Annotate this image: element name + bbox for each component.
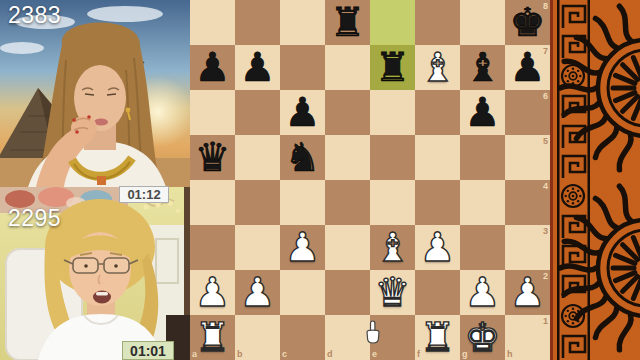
square-c8[interactable] bbox=[280, 0, 325, 45]
square-a8[interactable] bbox=[190, 0, 235, 45]
square-h1[interactable]: h1 bbox=[505, 315, 550, 360]
piece-black-pawn[interactable]: ♟ bbox=[465, 90, 501, 135]
piece-white-pawn[interactable]: ♟ bbox=[285, 225, 321, 270]
greek-pattern-border bbox=[550, 0, 640, 360]
rank-label-3: 3 bbox=[543, 226, 548, 236]
piece-white-rook[interactable]: ♜ bbox=[420, 315, 456, 360]
square-h6[interactable]: 6 bbox=[505, 90, 550, 135]
piece-white-bishop[interactable]: ♝ bbox=[375, 225, 411, 270]
square-a3[interactable] bbox=[190, 225, 235, 270]
square-d5[interactable] bbox=[325, 135, 370, 180]
piece-black-king[interactable]: ♚ bbox=[510, 0, 546, 45]
square-b2[interactable]: ♟ bbox=[235, 270, 280, 315]
square-e2[interactable]: ♛ bbox=[370, 270, 415, 315]
square-c2[interactable] bbox=[280, 270, 325, 315]
square-b6[interactable] bbox=[235, 90, 280, 135]
square-e4[interactable] bbox=[370, 180, 415, 225]
square-f8[interactable] bbox=[415, 0, 460, 45]
clock-bottom-player: 01:01 bbox=[122, 341, 174, 360]
square-f4[interactable] bbox=[415, 180, 460, 225]
square-d6[interactable] bbox=[325, 90, 370, 135]
piece-black-pawn[interactable]: ♟ bbox=[510, 45, 546, 90]
square-b1[interactable]: b bbox=[235, 315, 280, 360]
clock-top-player: 01:12 bbox=[119, 186, 169, 203]
square-c4[interactable] bbox=[280, 180, 325, 225]
square-f5[interactable] bbox=[415, 135, 460, 180]
piece-white-pawn[interactable]: ♟ bbox=[465, 270, 501, 315]
piece-white-rook[interactable]: ♜ bbox=[195, 315, 231, 360]
piece-black-pawn[interactable]: ♟ bbox=[240, 45, 276, 90]
square-g3[interactable] bbox=[460, 225, 505, 270]
file-label-g: g bbox=[462, 349, 468, 359]
file-label-c: c bbox=[282, 349, 287, 359]
square-c7[interactable] bbox=[280, 45, 325, 90]
square-g6[interactable]: ♟ bbox=[460, 90, 505, 135]
square-h8[interactable]: ♚8 bbox=[505, 0, 550, 45]
square-a5[interactable]: ♛ bbox=[190, 135, 235, 180]
square-b7[interactable]: ♟ bbox=[235, 45, 280, 90]
piece-white-bishop[interactable]: ♝ bbox=[420, 45, 456, 90]
rating-top-player: 2383 bbox=[8, 2, 61, 29]
square-c1[interactable]: c bbox=[280, 315, 325, 360]
square-e5[interactable] bbox=[370, 135, 415, 180]
square-e6[interactable] bbox=[370, 90, 415, 135]
piece-black-rook[interactable]: ♜ bbox=[330, 0, 366, 45]
square-g7[interactable]: ♝ bbox=[460, 45, 505, 90]
piece-white-king[interactable]: ♚ bbox=[465, 315, 501, 360]
cursor-hand-icon bbox=[364, 320, 382, 348]
piece-white-pawn[interactable]: ♟ bbox=[420, 225, 456, 270]
square-g5[interactable] bbox=[460, 135, 505, 180]
piece-black-pawn[interactable]: ♟ bbox=[285, 90, 321, 135]
rank-label-2: 2 bbox=[543, 271, 548, 281]
square-g8[interactable] bbox=[460, 0, 505, 45]
square-a4[interactable] bbox=[190, 180, 235, 225]
rank-label-8: 8 bbox=[543, 1, 548, 11]
square-c5[interactable]: ♞ bbox=[280, 135, 325, 180]
square-c6[interactable]: ♟ bbox=[280, 90, 325, 135]
square-h7[interactable]: ♟7 bbox=[505, 45, 550, 90]
square-d4[interactable] bbox=[325, 180, 370, 225]
square-a7[interactable]: ♟ bbox=[190, 45, 235, 90]
piece-white-pawn[interactable]: ♟ bbox=[510, 270, 546, 315]
rank-label-4: 4 bbox=[543, 181, 548, 191]
stream-stage: 2383 2295 01:12 01:01 ♜♚8♟♟♜♝♝♟7♟♟6♛♞54♟… bbox=[0, 0, 640, 360]
square-a1[interactable]: ♜a bbox=[190, 315, 235, 360]
piece-black-pawn[interactable]: ♟ bbox=[195, 45, 231, 90]
square-g1[interactable]: ♚g bbox=[460, 315, 505, 360]
square-h4[interactable]: 4 bbox=[505, 180, 550, 225]
square-a6[interactable] bbox=[190, 90, 235, 135]
rank-label-7: 7 bbox=[543, 46, 548, 56]
square-h3[interactable]: 3 bbox=[505, 225, 550, 270]
square-d7[interactable] bbox=[325, 45, 370, 90]
rating-bottom-player: 2295 bbox=[8, 205, 61, 232]
rank-label-1: 1 bbox=[543, 316, 548, 326]
square-b8[interactable] bbox=[235, 0, 280, 45]
square-b3[interactable] bbox=[235, 225, 280, 270]
square-d3[interactable] bbox=[325, 225, 370, 270]
square-b4[interactable] bbox=[235, 180, 280, 225]
square-e3[interactable]: ♝ bbox=[370, 225, 415, 270]
square-f1[interactable]: ♜f bbox=[415, 315, 460, 360]
square-f3[interactable]: ♟ bbox=[415, 225, 460, 270]
square-e7[interactable]: ♜ bbox=[370, 45, 415, 90]
file-label-h: h bbox=[507, 349, 513, 359]
piece-white-queen[interactable]: ♛ bbox=[375, 270, 411, 315]
file-label-e: e bbox=[372, 349, 377, 359]
piece-black-knight[interactable]: ♞ bbox=[285, 135, 321, 180]
square-e8[interactable] bbox=[370, 0, 415, 45]
square-d2[interactable] bbox=[325, 270, 370, 315]
piece-white-pawn[interactable]: ♟ bbox=[240, 270, 276, 315]
square-a2[interactable]: ♟ bbox=[190, 270, 235, 315]
piece-black-rook[interactable]: ♜ bbox=[375, 45, 411, 90]
chess-board[interactable]: ♜♚8♟♟♜♝♝♟7♟♟6♛♞54♟♝♟3♟♟♛♟♟2♜abcde♜f♚gh1 bbox=[190, 0, 550, 360]
square-g2[interactable]: ♟ bbox=[460, 270, 505, 315]
piece-black-bishop[interactable]: ♝ bbox=[465, 45, 501, 90]
file-label-a: a bbox=[192, 349, 197, 359]
rank-label-6: 6 bbox=[543, 91, 548, 101]
rank-label-5: 5 bbox=[543, 136, 548, 146]
square-f6[interactable] bbox=[415, 90, 460, 135]
square-f2[interactable] bbox=[415, 270, 460, 315]
square-b5[interactable] bbox=[235, 135, 280, 180]
square-h2[interactable]: ♟2 bbox=[505, 270, 550, 315]
square-g4[interactable] bbox=[460, 180, 505, 225]
file-label-b: b bbox=[237, 349, 243, 359]
square-d8[interactable]: ♜ bbox=[325, 0, 370, 45]
file-label-f: f bbox=[417, 349, 420, 359]
file-label-d: d bbox=[327, 349, 333, 359]
piece-black-queen[interactable]: ♛ bbox=[195, 135, 231, 180]
square-h5[interactable]: 5 bbox=[505, 135, 550, 180]
square-c3[interactable]: ♟ bbox=[280, 225, 325, 270]
piece-white-pawn[interactable]: ♟ bbox=[195, 270, 231, 315]
square-f7[interactable]: ♝ bbox=[415, 45, 460, 90]
